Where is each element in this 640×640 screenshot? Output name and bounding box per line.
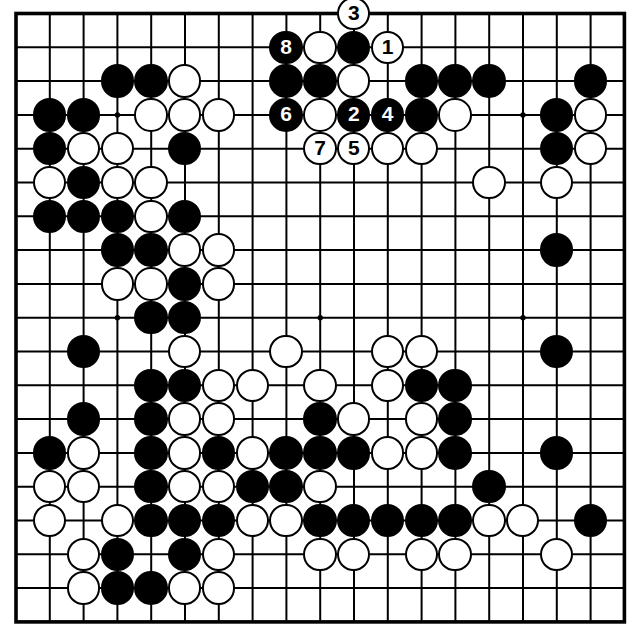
intersection[interactable]: [540, 368, 574, 402]
intersection[interactable]: [337, 64, 371, 98]
stone-black[interactable]: [438, 504, 471, 537]
intersection[interactable]: [235, 436, 269, 470]
intersection[interactable]: [202, 267, 236, 301]
intersection[interactable]: [0, 301, 33, 335]
intersection[interactable]: [607, 504, 640, 538]
stone-black[interactable]: [438, 436, 471, 469]
intersection[interactable]: [303, 571, 337, 605]
intersection[interactable]: [134, 504, 168, 538]
intersection[interactable]: [100, 470, 134, 504]
intersection[interactable]: [33, 436, 67, 470]
stone-white[interactable]: [236, 369, 269, 402]
intersection[interactable]: [0, 267, 33, 301]
intersection[interactable]: [371, 571, 405, 605]
stone-black[interactable]: [67, 200, 100, 233]
intersection[interactable]: [540, 537, 574, 571]
stone-white[interactable]: [337, 402, 370, 435]
intersection[interactable]: [472, 199, 506, 233]
intersection[interactable]: [573, 166, 607, 200]
intersection[interactable]: [100, 571, 134, 605]
stone-black[interactable]: [101, 200, 134, 233]
intersection[interactable]: [67, 166, 101, 200]
stone-black[interactable]: [202, 504, 235, 537]
stone-black[interactable]: [337, 31, 370, 64]
intersection[interactable]: [33, 166, 67, 200]
stone-black[interactable]: [67, 335, 100, 368]
stone-white[interactable]: [168, 64, 201, 97]
stone-black[interactable]: [134, 436, 167, 469]
stone-white[interactable]: [134, 267, 167, 300]
intersection[interactable]: [202, 335, 236, 369]
intersection[interactable]: [371, 504, 405, 538]
intersection[interactable]: [404, 30, 438, 64]
intersection[interactable]: [404, 301, 438, 335]
intersection[interactable]: [573, 267, 607, 301]
intersection[interactable]: [303, 199, 337, 233]
stone-white[interactable]: [168, 98, 201, 131]
intersection[interactable]: [202, 470, 236, 504]
intersection[interactable]: [235, 470, 269, 504]
intersection[interactable]: [235, 537, 269, 571]
intersection[interactable]: [506, 30, 540, 64]
intersection[interactable]: [100, 605, 134, 639]
stone-white[interactable]: [134, 98, 167, 131]
stone-white[interactable]: [438, 98, 471, 131]
intersection[interactable]: [134, 402, 168, 436]
stone-white[interactable]: [303, 538, 336, 571]
intersection[interactable]: [303, 64, 337, 98]
stone-white[interactable]: [101, 504, 134, 537]
intersection[interactable]: [100, 98, 134, 132]
intersection[interactable]: [472, 233, 506, 267]
stone-black[interactable]: [168, 538, 201, 571]
stone-white[interactable]: [405, 335, 438, 368]
stone-white[interactable]: [405, 132, 438, 165]
intersection[interactable]: [573, 301, 607, 335]
stone-black[interactable]: [134, 470, 167, 503]
stone-black[interactable]: 2: [337, 98, 370, 131]
intersection[interactable]: [202, 504, 236, 538]
intersection[interactable]: [202, 436, 236, 470]
intersection[interactable]: [303, 301, 337, 335]
intersection[interactable]: [540, 301, 574, 335]
stone-black[interactable]: [67, 402, 100, 435]
stone-white[interactable]: [236, 436, 269, 469]
intersection[interactable]: [472, 368, 506, 402]
intersection[interactable]: [134, 537, 168, 571]
stone-black[interactable]: [101, 64, 134, 97]
intersection[interactable]: [269, 402, 303, 436]
intersection[interactable]: [337, 166, 371, 200]
intersection[interactable]: [404, 233, 438, 267]
intersection[interactable]: [506, 402, 540, 436]
intersection[interactable]: [472, 267, 506, 301]
intersection[interactable]: [67, 537, 101, 571]
stone-white[interactable]: [202, 571, 235, 604]
intersection[interactable]: [506, 368, 540, 402]
intersection[interactable]: [371, 0, 405, 30]
stone-black[interactable]: [438, 64, 471, 97]
stone-white[interactable]: [67, 470, 100, 503]
intersection[interactable]: [540, 132, 574, 166]
intersection[interactable]: [202, 368, 236, 402]
intersection[interactable]: [506, 64, 540, 98]
stone-white[interactable]: [202, 538, 235, 571]
intersection[interactable]: [371, 335, 405, 369]
stone-black[interactable]: [168, 200, 201, 233]
intersection[interactable]: [33, 571, 67, 605]
stone-black[interactable]: [168, 369, 201, 402]
intersection[interactable]: [134, 571, 168, 605]
stone-white[interactable]: [405, 538, 438, 571]
stone-black[interactable]: [303, 64, 336, 97]
intersection[interactable]: [607, 166, 640, 200]
intersection[interactable]: [506, 132, 540, 166]
intersection[interactable]: [438, 537, 472, 571]
intersection[interactable]: [100, 132, 134, 166]
intersection[interactable]: [371, 267, 405, 301]
intersection[interactable]: [67, 605, 101, 639]
stone-white[interactable]: [303, 98, 336, 131]
stone-white[interactable]: [168, 402, 201, 435]
intersection[interactable]: [0, 233, 33, 267]
stone-black[interactable]: [134, 571, 167, 604]
stone-black[interactable]: [574, 64, 607, 97]
stone-black[interactable]: [101, 233, 134, 266]
intersection[interactable]: [573, 30, 607, 64]
intersection[interactable]: [472, 571, 506, 605]
intersection[interactable]: [67, 301, 101, 335]
intersection[interactable]: [404, 571, 438, 605]
intersection[interactable]: [33, 132, 67, 166]
intersection[interactable]: [269, 267, 303, 301]
intersection[interactable]: 7: [303, 132, 337, 166]
intersection[interactable]: [100, 0, 134, 30]
stone-black[interactable]: [472, 64, 505, 97]
intersection[interactable]: [67, 98, 101, 132]
stone-white[interactable]: [405, 402, 438, 435]
intersection[interactable]: [33, 605, 67, 639]
intersection[interactable]: [472, 30, 506, 64]
intersection[interactable]: [573, 335, 607, 369]
intersection[interactable]: [235, 199, 269, 233]
intersection[interactable]: [540, 64, 574, 98]
intersection[interactable]: [573, 233, 607, 267]
intersection[interactable]: [404, 132, 438, 166]
intersection[interactable]: [67, 30, 101, 64]
intersection[interactable]: [371, 537, 405, 571]
intersection[interactable]: [100, 335, 134, 369]
intersection[interactable]: [573, 0, 607, 30]
stone-white[interactable]: [67, 538, 100, 571]
stone-white[interactable]: [269, 335, 302, 368]
intersection[interactable]: [134, 0, 168, 30]
stone-black[interactable]: [134, 369, 167, 402]
stone-black[interactable]: [202, 436, 235, 469]
intersection[interactable]: [540, 166, 574, 200]
intersection[interactable]: [540, 30, 574, 64]
intersection[interactable]: [438, 571, 472, 605]
stone-white[interactable]: [540, 538, 573, 571]
intersection[interactable]: [134, 368, 168, 402]
intersection[interactable]: [134, 605, 168, 639]
stone-white[interactable]: [371, 369, 404, 402]
stone-white[interactable]: [202, 98, 235, 131]
intersection[interactable]: [33, 301, 67, 335]
intersection[interactable]: [303, 436, 337, 470]
stone-white[interactable]: [134, 200, 167, 233]
intersection[interactable]: [269, 132, 303, 166]
stone-black[interactable]: [134, 301, 167, 334]
intersection[interactable]: [404, 335, 438, 369]
intersection[interactable]: [506, 504, 540, 538]
intersection[interactable]: [168, 267, 202, 301]
intersection[interactable]: [303, 233, 337, 267]
intersection[interactable]: [438, 470, 472, 504]
intersection[interactable]: [67, 402, 101, 436]
intersection[interactable]: [438, 166, 472, 200]
stone-black[interactable]: [134, 504, 167, 537]
stone-black[interactable]: [134, 64, 167, 97]
intersection[interactable]: [573, 98, 607, 132]
stone-black[interactable]: [303, 436, 336, 469]
intersection[interactable]: [438, 436, 472, 470]
stone-white[interactable]: [371, 335, 404, 368]
stone-white[interactable]: [101, 132, 134, 165]
intersection[interactable]: [168, 504, 202, 538]
intersection[interactable]: [303, 335, 337, 369]
intersection[interactable]: [303, 30, 337, 64]
stone-white[interactable]: [337, 538, 370, 571]
stone-white[interactable]: [202, 233, 235, 266]
stone-black[interactable]: [33, 132, 66, 165]
intersection[interactable]: [100, 233, 134, 267]
intersection[interactable]: [607, 267, 640, 301]
intersection[interactable]: [0, 30, 33, 64]
intersection[interactable]: [540, 504, 574, 538]
intersection[interactable]: [100, 537, 134, 571]
intersection[interactable]: [303, 368, 337, 402]
intersection[interactable]: [472, 98, 506, 132]
stone-white[interactable]: [405, 436, 438, 469]
intersection[interactable]: [134, 166, 168, 200]
intersection[interactable]: [607, 571, 640, 605]
intersection[interactable]: [0, 402, 33, 436]
intersection[interactable]: [100, 368, 134, 402]
intersection[interactable]: [303, 605, 337, 639]
intersection[interactable]: [573, 504, 607, 538]
intersection[interactable]: [168, 470, 202, 504]
intersection[interactable]: [168, 199, 202, 233]
intersection[interactable]: [33, 267, 67, 301]
intersection[interactable]: [540, 436, 574, 470]
intersection[interactable]: [540, 0, 574, 30]
intersection[interactable]: [607, 132, 640, 166]
stone-black[interactable]: [438, 402, 471, 435]
intersection[interactable]: [303, 470, 337, 504]
intersection[interactable]: [33, 64, 67, 98]
stone-white[interactable]: [472, 504, 505, 537]
intersection[interactable]: [134, 436, 168, 470]
intersection[interactable]: [168, 233, 202, 267]
intersection[interactable]: [371, 368, 405, 402]
intersection[interactable]: [134, 132, 168, 166]
intersection[interactable]: [269, 470, 303, 504]
intersection[interactable]: [337, 335, 371, 369]
stone-black[interactable]: [33, 436, 66, 469]
intersection[interactable]: [202, 132, 236, 166]
stone-white[interactable]: [506, 504, 539, 537]
intersection[interactable]: [67, 233, 101, 267]
stone-black[interactable]: [101, 538, 134, 571]
intersection[interactable]: [371, 166, 405, 200]
intersection[interactable]: [404, 64, 438, 98]
stone-white[interactable]: [67, 132, 100, 165]
intersection[interactable]: [506, 267, 540, 301]
intersection[interactable]: 6: [269, 98, 303, 132]
intersection[interactable]: [67, 436, 101, 470]
intersection[interactable]: [438, 233, 472, 267]
intersection[interactable]: [371, 199, 405, 233]
intersection[interactable]: [0, 132, 33, 166]
intersection[interactable]: [269, 605, 303, 639]
intersection[interactable]: [269, 335, 303, 369]
intersection[interactable]: [67, 470, 101, 504]
intersection[interactable]: [67, 0, 101, 30]
intersection[interactable]: [472, 402, 506, 436]
intersection[interactable]: [337, 267, 371, 301]
stone-white[interactable]: [67, 571, 100, 604]
intersection[interactable]: [438, 335, 472, 369]
intersection[interactable]: [506, 436, 540, 470]
intersection[interactable]: [540, 402, 574, 436]
intersection[interactable]: [100, 64, 134, 98]
stone-black[interactable]: [269, 64, 302, 97]
stone-black[interactable]: [134, 402, 167, 435]
intersection[interactable]: [100, 166, 134, 200]
stone-white[interactable]: [33, 470, 66, 503]
intersection[interactable]: [438, 504, 472, 538]
intersection[interactable]: [573, 470, 607, 504]
intersection[interactable]: [0, 504, 33, 538]
intersection[interactable]: [607, 368, 640, 402]
intersection[interactable]: 1: [371, 30, 405, 64]
intersection[interactable]: [404, 0, 438, 30]
intersection[interactable]: [404, 368, 438, 402]
intersection[interactable]: [134, 98, 168, 132]
intersection[interactable]: [506, 199, 540, 233]
stone-white[interactable]: [67, 436, 100, 469]
intersection[interactable]: [168, 301, 202, 335]
intersection[interactable]: [67, 199, 101, 233]
intersection[interactable]: [269, 64, 303, 98]
stone-white[interactable]: [269, 504, 302, 537]
intersection[interactable]: [438, 267, 472, 301]
intersection[interactable]: [0, 470, 33, 504]
stone-black[interactable]: [337, 436, 370, 469]
intersection[interactable]: [202, 402, 236, 436]
intersection[interactable]: [168, 132, 202, 166]
intersection[interactable]: [100, 267, 134, 301]
stone-white[interactable]: [337, 64, 370, 97]
intersection[interactable]: [337, 537, 371, 571]
intersection[interactable]: [235, 504, 269, 538]
intersection[interactable]: [472, 436, 506, 470]
intersection[interactable]: [472, 605, 506, 639]
stone-black[interactable]: [236, 470, 269, 503]
intersection[interactable]: [607, 233, 640, 267]
intersection[interactable]: 4: [371, 98, 405, 132]
intersection[interactable]: [438, 30, 472, 64]
stone-white[interactable]: 3: [337, 0, 370, 30]
intersection[interactable]: [337, 470, 371, 504]
intersection[interactable]: [202, 64, 236, 98]
intersection[interactable]: [0, 98, 33, 132]
intersection[interactable]: [607, 199, 640, 233]
stone-white[interactable]: [33, 166, 66, 199]
stone-black[interactable]: [168, 504, 201, 537]
stone-white[interactable]: [574, 132, 607, 165]
intersection[interactable]: [235, 402, 269, 436]
stone-black[interactable]: [540, 132, 573, 165]
intersection[interactable]: [303, 537, 337, 571]
stone-white[interactable]: [303, 369, 336, 402]
intersection[interactable]: [573, 368, 607, 402]
intersection[interactable]: [269, 166, 303, 200]
intersection[interactable]: [235, 132, 269, 166]
intersection[interactable]: [540, 199, 574, 233]
intersection[interactable]: [303, 98, 337, 132]
intersection[interactable]: [337, 368, 371, 402]
intersection[interactable]: [33, 504, 67, 538]
intersection[interactable]: [371, 436, 405, 470]
intersection[interactable]: [235, 30, 269, 64]
intersection[interactable]: [100, 30, 134, 64]
stone-black[interactable]: [540, 335, 573, 368]
stone-white[interactable]: [202, 369, 235, 402]
intersection[interactable]: [202, 233, 236, 267]
intersection[interactable]: [303, 402, 337, 436]
intersection[interactable]: [269, 233, 303, 267]
intersection[interactable]: [33, 368, 67, 402]
intersection[interactable]: [33, 199, 67, 233]
intersection[interactable]: [506, 605, 540, 639]
intersection[interactable]: [540, 98, 574, 132]
intersection[interactable]: [134, 335, 168, 369]
intersection[interactable]: [506, 470, 540, 504]
stone-black[interactable]: [540, 233, 573, 266]
intersection[interactable]: [540, 335, 574, 369]
intersection[interactable]: [269, 537, 303, 571]
stone-black[interactable]: [269, 436, 302, 469]
intersection[interactable]: [540, 267, 574, 301]
intersection[interactable]: [134, 30, 168, 64]
intersection[interactable]: [269, 504, 303, 538]
stone-black[interactable]: [67, 98, 100, 131]
intersection[interactable]: [607, 30, 640, 64]
intersection[interactable]: [607, 605, 640, 639]
intersection[interactable]: [303, 0, 337, 30]
intersection[interactable]: [337, 199, 371, 233]
intersection[interactable]: [168, 166, 202, 200]
go-board[interactable]: 38162475: [0, 0, 640, 639]
intersection[interactable]: [540, 571, 574, 605]
intersection[interactable]: [607, 436, 640, 470]
intersection[interactable]: [67, 132, 101, 166]
intersection[interactable]: [607, 64, 640, 98]
intersection[interactable]: [573, 605, 607, 639]
intersection[interactable]: [371, 402, 405, 436]
